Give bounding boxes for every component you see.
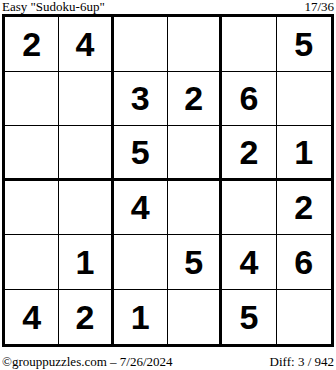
cell-r6c1-given: 4 [5,290,59,345]
cell-r4c2-empty[interactable] [59,181,113,236]
cell-r2c2-empty[interactable] [59,72,113,127]
cell-r3c4-empty[interactable] [168,126,222,181]
cell-r1c6-given: 5 [277,17,331,72]
cell-r5c2-given: 1 [59,235,113,290]
puzzle-page: Easy "Sudoku-6up" 17/36 2453265214215464… [0,0,336,370]
cell-r5c6-given: 6 [277,235,331,290]
cell-r4c3-given: 4 [114,181,168,236]
cell-r1c1-given: 2 [5,17,59,72]
cell-r2c4-given: 2 [168,72,222,127]
puzzle-title: Easy "Sudoku-6up" [2,0,105,13]
cell-r6c6-empty[interactable] [277,290,331,345]
sudoku-board: 2453265214215464215 [2,14,334,347]
footer: ©grouppuzzles.com – 7/26/2024 Diff: 3 / … [2,353,334,368]
cell-r6c4-empty[interactable] [168,290,222,345]
cell-r2c1-empty[interactable] [5,72,59,127]
cell-r5c5-given: 4 [222,235,276,290]
cell-r2c5-given: 6 [222,72,276,127]
cell-r3c2-empty[interactable] [59,126,113,181]
copyright-text: ©grouppuzzles.com – 7/26/2024 [2,355,173,368]
cell-r5c4-given: 5 [168,235,222,290]
cell-r5c3-empty[interactable] [114,235,168,290]
cell-r4c5-empty[interactable] [222,181,276,236]
cell-r1c2-given: 4 [59,17,113,72]
cell-r3c6-given: 1 [277,126,331,181]
cell-r4c6-given: 2 [277,181,331,236]
header: Easy "Sudoku-6up" 17/36 [2,0,334,14]
cell-r3c1-empty[interactable] [5,126,59,181]
cell-r2c3-given: 3 [114,72,168,127]
cell-r3c3-given: 5 [114,126,168,181]
cell-r6c5-given: 5 [222,290,276,345]
cell-r6c2-given: 2 [59,290,113,345]
cell-r2c6-empty[interactable] [277,72,331,127]
cell-r3c5-given: 2 [222,126,276,181]
cell-r4c4-empty[interactable] [168,181,222,236]
clue-count: 17/36 [304,0,334,13]
cell-r6c3-given: 1 [114,290,168,345]
cell-r1c4-empty[interactable] [168,17,222,72]
difficulty-text: Diff: 3 / 942 [270,355,334,368]
cell-r5c1-empty[interactable] [5,235,59,290]
cell-r1c5-empty[interactable] [222,17,276,72]
cell-r4c1-empty[interactable] [5,181,59,236]
cell-r1c3-empty[interactable] [114,17,168,72]
